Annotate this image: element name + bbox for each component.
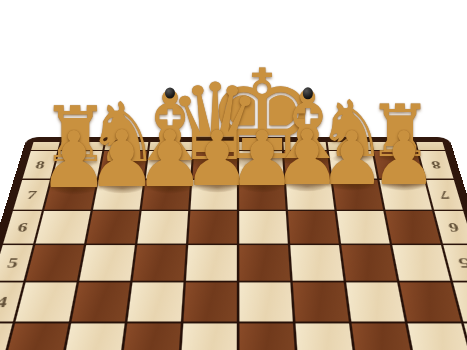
square-f3 bbox=[295, 323, 354, 350]
square-d3 bbox=[180, 323, 236, 350]
rank-numeral-rotated: 8 bbox=[429, 159, 441, 170]
square-b6 bbox=[86, 211, 139, 243]
far-border-cell bbox=[104, 142, 148, 150]
square-f4 bbox=[292, 282, 348, 321]
rank-numeral: 6 bbox=[16, 220, 29, 233]
chess-board: 8877665544332211 bbox=[0, 137, 467, 350]
square-a8 bbox=[52, 151, 102, 178]
square-d8 bbox=[192, 151, 237, 178]
far-border-cell bbox=[239, 142, 282, 150]
square-c4 bbox=[127, 282, 183, 321]
square-b7 bbox=[92, 180, 142, 210]
square-g3 bbox=[351, 323, 413, 350]
rank-numeral: 7 bbox=[25, 188, 38, 200]
square-b4 bbox=[71, 282, 130, 321]
rank-label-7-left: 7 bbox=[13, 180, 50, 210]
far-border-cell bbox=[327, 142, 371, 150]
square-a4 bbox=[15, 282, 76, 321]
rank-numeral: 5 bbox=[5, 255, 19, 269]
far-border-cell bbox=[149, 142, 192, 150]
square-b8 bbox=[98, 151, 146, 178]
square-h3 bbox=[407, 323, 467, 350]
chess-board-perspective: 8877665544332211 bbox=[27, 137, 449, 350]
square-a5 bbox=[25, 245, 83, 281]
rank-label-8-left: 8 bbox=[22, 151, 57, 178]
square-g8 bbox=[328, 151, 376, 178]
rank-numeral: 4 bbox=[0, 294, 9, 310]
square-f8 bbox=[283, 151, 329, 178]
square-c8 bbox=[145, 151, 191, 178]
square-g6 bbox=[336, 211, 389, 243]
rank-numeral-rotated: 6 bbox=[446, 220, 459, 233]
square-e6 bbox=[239, 211, 288, 243]
far-border-cell bbox=[194, 142, 237, 150]
far-border-cell bbox=[59, 142, 103, 150]
square-a7 bbox=[44, 180, 96, 210]
far-border-cell bbox=[416, 142, 445, 150]
square-e8 bbox=[239, 151, 284, 178]
rank-label-7-right: 7 bbox=[426, 180, 463, 210]
rank-numeral-rotated: 7 bbox=[437, 188, 450, 200]
photo-stage: 8877665544332211 ♜♞♝♛♚♝♞♜♟♟♟♟♟♟♟♟ bbox=[0, 0, 467, 350]
square-g5 bbox=[341, 245, 397, 281]
rank-label-8-right: 8 bbox=[418, 151, 453, 178]
square-e4 bbox=[239, 282, 292, 321]
far-border-cell bbox=[31, 142, 60, 150]
square-b3 bbox=[62, 323, 124, 350]
square-a3 bbox=[3, 323, 68, 350]
rank-numeral: 8 bbox=[34, 159, 46, 170]
square-g7 bbox=[332, 180, 382, 210]
bishop-black-finial bbox=[303, 88, 313, 99]
square-d7 bbox=[190, 180, 237, 210]
square-h5 bbox=[392, 245, 450, 281]
square-f6 bbox=[287, 211, 338, 243]
square-c7 bbox=[141, 180, 189, 210]
square-c3 bbox=[121, 323, 180, 350]
square-f5 bbox=[290, 245, 343, 281]
square-e3 bbox=[239, 323, 295, 350]
square-d6 bbox=[188, 211, 237, 243]
square-h6 bbox=[385, 211, 440, 243]
square-a6 bbox=[35, 211, 90, 243]
square-d5 bbox=[185, 245, 236, 281]
square-h8 bbox=[373, 151, 423, 178]
square-b5 bbox=[79, 245, 135, 281]
square-c5 bbox=[132, 245, 185, 281]
square-f7 bbox=[285, 180, 333, 210]
square-c6 bbox=[137, 211, 188, 243]
far-border-cell bbox=[283, 142, 326, 150]
square-h7 bbox=[379, 180, 431, 210]
square-g4 bbox=[346, 282, 405, 321]
rank-numeral-rotated: 5 bbox=[456, 255, 467, 269]
square-d4 bbox=[183, 282, 236, 321]
rank-label-6-left: 6 bbox=[3, 211, 42, 243]
square-e5 bbox=[239, 245, 290, 281]
bishop-black-finial bbox=[165, 87, 176, 99]
square-h4 bbox=[399, 282, 460, 321]
far-border-cell bbox=[371, 142, 415, 150]
square-e7 bbox=[239, 180, 286, 210]
